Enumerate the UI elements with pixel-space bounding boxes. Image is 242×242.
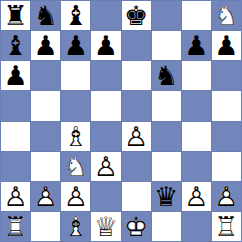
piece-black-bishop[interactable]: ♝ [1,31,30,60]
square-g7[interactable]: ♟ [182,31,211,60]
white-piece-outline-glyph: ♙ [61,182,90,211]
chess-board: ♜♞♝♚♞♘♝♟♟♟♟♟♟♞♝♗♟♙♞♘♟♙♟♙♟♙♟♙♛♟♙♟♙♜♖♝♗♛♕♚… [0,0,242,242]
piece-white-pawn[interactable]: ♟♙ [1,182,30,211]
square-f7[interactable] [152,31,181,60]
square-d8[interactable] [91,1,120,30]
white-piece-outline-glyph: ♙ [91,152,120,181]
square-f6[interactable]: ♞ [152,61,181,90]
square-b7[interactable]: ♟ [31,31,60,60]
square-f3[interactable] [152,152,181,181]
square-h7[interactable]: ♟ [212,31,241,60]
white-piece-outline-glyph: ♙ [212,182,241,211]
square-f1[interactable] [152,212,181,241]
square-h3[interactable] [212,152,241,181]
square-g1[interactable] [182,212,211,241]
square-g6[interactable] [182,61,211,90]
square-c5[interactable] [61,91,90,120]
square-e4[interactable]: ♟♙ [122,122,151,151]
white-piece-outline-glyph: ♙ [31,182,60,211]
square-a5[interactable] [1,91,30,120]
square-g2[interactable]: ♟♙ [182,182,211,211]
piece-black-pawn[interactable]: ♟ [212,31,241,60]
square-e2[interactable] [122,182,151,211]
black-piece-glyph: ♞ [31,1,60,30]
square-b2[interactable]: ♟♙ [31,182,60,211]
square-d4[interactable] [91,122,120,151]
piece-white-knight[interactable]: ♞♘ [61,152,90,181]
piece-white-king[interactable]: ♚♔ [122,212,151,241]
square-a6[interactable]: ♟ [1,61,30,90]
black-piece-glyph: ♟ [212,31,241,60]
piece-white-pawn[interactable]: ♟♙ [61,182,90,211]
white-piece-outline-glyph: ♗ [61,212,90,241]
square-h8[interactable]: ♞♘ [212,1,241,30]
piece-white-pawn[interactable]: ♟♙ [182,182,211,211]
piece-white-rook[interactable]: ♜♖ [212,212,241,241]
square-c6[interactable] [61,61,90,90]
square-g4[interactable] [182,122,211,151]
square-a3[interactable] [1,152,30,181]
piece-white-queen[interactable]: ♛♕ [91,212,120,241]
square-d5[interactable] [91,91,120,120]
black-piece-glyph: ♟ [31,31,60,60]
square-e8[interactable]: ♚ [122,1,151,30]
black-piece-glyph: ♝ [61,1,90,30]
square-d1[interactable]: ♛♕ [91,212,120,241]
black-piece-glyph: ♟ [182,31,211,60]
piece-black-pawn[interactable]: ♟ [182,31,211,60]
square-e5[interactable] [122,91,151,120]
square-f5[interactable] [152,91,181,120]
piece-black-rook[interactable]: ♜ [1,1,30,30]
white-piece-outline-glyph: ♙ [1,182,30,211]
square-a8[interactable]: ♜ [1,1,30,30]
square-h6[interactable] [212,61,241,90]
black-piece-glyph: ♝ [1,31,30,60]
piece-white-bishop[interactable]: ♝♗ [61,212,90,241]
black-piece-glyph: ♚ [122,1,151,30]
square-d2[interactable] [91,182,120,211]
square-e7[interactable] [122,31,151,60]
square-c3[interactable]: ♞♘ [61,152,90,181]
piece-black-pawn[interactable]: ♟ [61,31,90,60]
square-b3[interactable] [31,152,60,181]
square-g8[interactable] [182,1,211,30]
piece-white-pawn[interactable]: ♟♙ [212,182,241,211]
piece-white-pawn[interactable]: ♟♙ [122,122,151,151]
square-h2[interactable]: ♟♙ [212,182,241,211]
square-c4[interactable]: ♝♗ [61,122,90,151]
square-b8[interactable]: ♞ [31,1,60,30]
piece-black-pawn[interactable]: ♟ [31,31,60,60]
square-b4[interactable] [31,122,60,151]
square-d7[interactable]: ♟ [91,31,120,60]
black-piece-glyph: ♛ [152,182,181,211]
square-b5[interactable] [31,91,60,120]
piece-black-bishop[interactable]: ♝ [61,1,90,30]
square-c2[interactable]: ♟♙ [61,182,90,211]
white-piece-outline-glyph: ♗ [61,122,90,151]
square-c1[interactable]: ♝♗ [61,212,90,241]
square-a4[interactable] [1,122,30,151]
piece-black-queen[interactable]: ♛ [152,182,181,211]
square-h1[interactable]: ♜♖ [212,212,241,241]
white-piece-outline-glyph: ♘ [212,1,241,30]
square-e6[interactable] [122,61,151,90]
square-g5[interactable] [182,91,211,120]
square-h5[interactable] [212,91,241,120]
square-h4[interactable] [212,122,241,151]
white-piece-outline-glyph: ♕ [91,212,120,241]
piece-black-pawn[interactable]: ♟ [1,61,30,90]
square-d6[interactable] [91,61,120,90]
piece-black-knight[interactable]: ♞ [152,61,181,90]
black-piece-glyph: ♟ [1,61,30,90]
white-piece-outline-glyph: ♙ [122,122,151,151]
piece-white-pawn[interactable]: ♟♙ [31,182,60,211]
black-piece-glyph: ♜ [1,1,30,30]
square-f8[interactable] [152,1,181,30]
piece-white-bishop[interactable]: ♝♗ [61,122,90,151]
piece-black-knight[interactable]: ♞ [31,1,60,30]
white-piece-outline-glyph: ♖ [1,212,30,241]
square-c7[interactable]: ♟ [61,31,90,60]
piece-white-knight[interactable]: ♞♘ [212,1,241,30]
square-e1[interactable]: ♚♔ [122,212,151,241]
square-a1[interactable]: ♜♖ [1,212,30,241]
piece-black-pawn[interactable]: ♟ [91,31,120,60]
white-piece-outline-glyph: ♘ [61,152,90,181]
square-d3[interactable]: ♟♙ [91,152,120,181]
square-f4[interactable] [152,122,181,151]
piece-white-rook[interactable]: ♜♖ [1,212,30,241]
square-e3[interactable] [122,152,151,181]
square-b1[interactable] [31,212,60,241]
white-piece-outline-glyph: ♙ [182,182,211,211]
black-piece-glyph: ♟ [61,31,90,60]
square-b6[interactable] [31,61,60,90]
white-piece-outline-glyph: ♖ [212,212,241,241]
piece-black-king[interactable]: ♚ [122,1,151,30]
black-piece-glyph: ♞ [152,61,181,90]
square-c8[interactable]: ♝ [61,1,90,30]
black-piece-glyph: ♟ [91,31,120,60]
square-f2[interactable]: ♛ [152,182,181,211]
white-piece-outline-glyph: ♔ [122,212,151,241]
square-a7[interactable]: ♝ [1,31,30,60]
piece-white-pawn[interactable]: ♟♙ [91,152,120,181]
square-g3[interactable] [182,152,211,181]
square-a2[interactable]: ♟♙ [1,182,30,211]
